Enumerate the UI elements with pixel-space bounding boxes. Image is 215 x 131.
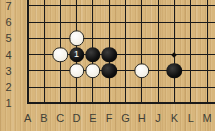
grid-line-col-H: [141, 0, 142, 104]
col-label-H: H: [138, 112, 146, 124]
grid-line-row-2: [27, 87, 215, 88]
stone-black-D4[interactable]: 1: [69, 47, 85, 63]
grid-line-row-5: [27, 38, 215, 39]
row-label-1: 1: [5, 97, 11, 109]
grid-line-col-L: [190, 0, 191, 104]
grid-line-col-J: [158, 0, 159, 104]
grid-line-col-G: [125, 0, 126, 104]
stone-white-C4[interactable]: [53, 47, 69, 63]
col-label-J: J: [155, 112, 161, 124]
stone-black-E4[interactable]: [85, 47, 101, 63]
col-label-F: F: [106, 112, 113, 124]
col-label-A: A: [24, 112, 31, 124]
stone-white-E3[interactable]: [85, 63, 101, 79]
row-label-2: 2: [5, 81, 11, 93]
grid-line-row-3: [27, 70, 215, 71]
col-label-K: K: [171, 112, 178, 124]
go-diagram: 17654321ABCDEFGHJKLM: [0, 0, 215, 131]
grid-line-col-M: [207, 0, 208, 104]
stone-black-F3[interactable]: [101, 63, 117, 79]
stone-black-F4[interactable]: [101, 47, 117, 63]
grid-line-row-1: [27, 102, 215, 104]
star-point-K4: [172, 52, 178, 58]
col-label-E: E: [89, 112, 96, 124]
go-board[interactable]: 17654321ABCDEFGHJKLM: [0, 0, 215, 131]
stone-black-K3[interactable]: [167, 63, 183, 79]
grid-line-col-A: [27, 0, 29, 104]
grid-line-row-7: [27, 5, 215, 6]
row-label-5: 5: [5, 32, 11, 44]
row-label-7: 7: [5, 0, 11, 12]
stone-white-D5[interactable]: [69, 31, 85, 47]
grid-line-row-6: [27, 22, 215, 23]
stone-white-D3[interactable]: [69, 63, 85, 79]
row-label-4: 4: [5, 49, 11, 61]
col-label-L: L: [188, 112, 194, 124]
col-label-G: G: [121, 112, 130, 124]
row-label-3: 3: [5, 65, 11, 77]
col-label-C: C: [56, 112, 64, 124]
move-number-label: 1: [74, 50, 79, 59]
grid-line-col-B: [44, 0, 45, 104]
col-label-D: D: [73, 112, 81, 124]
col-label-M: M: [202, 112, 211, 124]
stone-white-H3[interactable]: [134, 63, 150, 79]
col-label-B: B: [40, 112, 47, 124]
row-label-6: 6: [5, 16, 11, 28]
